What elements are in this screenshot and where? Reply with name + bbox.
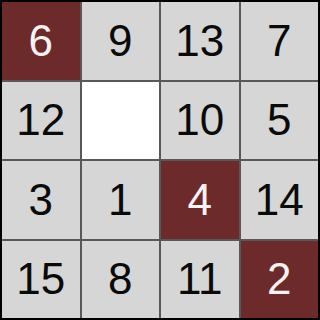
puzzle-tile[interactable]: 13 bbox=[161, 2, 239, 80]
puzzle-tile[interactable]: 15 bbox=[2, 241, 80, 319]
puzzle-tile[interactable]: 12 bbox=[2, 82, 80, 160]
puzzle-container: 691371210531414158112 bbox=[0, 0, 320, 320]
puzzle-tile[interactable]: 1 bbox=[82, 161, 160, 239]
puzzle-tile[interactable]: 2 bbox=[241, 241, 319, 319]
puzzle-tile[interactable]: 6 bbox=[2, 2, 80, 80]
puzzle-tile[interactable]: 7 bbox=[241, 2, 319, 80]
puzzle-tile[interactable]: 4 bbox=[161, 161, 239, 239]
puzzle-tile[interactable]: 10 bbox=[161, 82, 239, 160]
puzzle-tile[interactable]: 11 bbox=[161, 241, 239, 319]
puzzle-tile[interactable]: 5 bbox=[241, 82, 319, 160]
empty-cell bbox=[82, 82, 160, 160]
fifteen-puzzle-board: 691371210531414158112 bbox=[0, 0, 320, 320]
puzzle-tile[interactable]: 3 bbox=[2, 161, 80, 239]
puzzle-tile[interactable]: 14 bbox=[241, 161, 319, 239]
puzzle-tile[interactable]: 8 bbox=[82, 241, 160, 319]
puzzle-tile[interactable]: 9 bbox=[82, 2, 160, 80]
